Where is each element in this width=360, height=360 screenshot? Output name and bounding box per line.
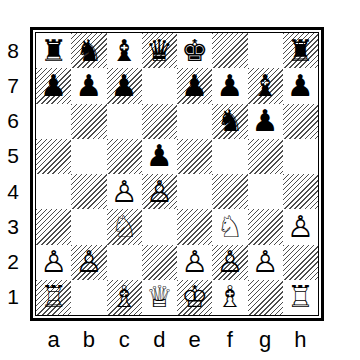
rank-label-3: 3 [0,209,26,244]
piece-white-pawn: ♙ [181,247,208,277]
piece-black-pawn: ♟ [75,71,102,101]
file-labels: a b c d e f g h [36,326,318,354]
file-label-b: b [71,326,106,354]
square-f2[interactable]: ♙ [212,245,247,280]
rank-label-5: 5 [0,139,26,174]
piece-black-pawn: ♟ [287,71,314,101]
square-c8[interactable]: ♝ [107,33,142,68]
piece-white-bishop: ♗ [216,282,243,312]
square-g3[interactable] [248,209,283,244]
square-c7[interactable]: ♟ [107,68,142,103]
piece-white-knight: ♘ [111,212,138,242]
square-a7[interactable]: ♟ [36,68,71,103]
square-h3[interactable]: ♙ [283,209,318,244]
piece-black-pawn: ♟ [216,71,243,101]
board-frame: ♜♞♝♛♚♜♟♟♟♟♟♝♟♞♟♟♙♙♘♘♙♙♙♙♙♙♖♗♕♔♗♖ [30,27,324,321]
square-h1[interactable]: ♖ [283,280,318,315]
square-e2[interactable]: ♙ [177,245,212,280]
file-label-f: f [212,326,247,354]
square-h7[interactable]: ♟ [283,68,318,103]
file-label-a: a [36,326,71,354]
square-a3[interactable] [36,209,71,244]
rank-labels: 8 7 6 5 4 3 2 1 [0,33,26,315]
piece-white-pawn: ♙ [146,177,173,207]
piece-black-knight: ♞ [216,106,243,136]
square-e7[interactable]: ♟ [177,68,212,103]
piece-white-queen: ♕ [146,282,173,312]
piece-black-queen: ♛ [146,36,173,66]
square-d5[interactable]: ♟ [142,139,177,174]
square-b2[interactable]: ♙ [71,245,106,280]
piece-white-king: ♔ [181,282,208,312]
chessboard: ♜♞♝♛♚♜♟♟♟♟♟♝♟♞♟♟♙♙♘♘♙♙♙♙♙♙♖♗♕♔♗♖ [35,32,319,316]
square-e8[interactable]: ♚ [177,33,212,68]
square-h4[interactable] [283,174,318,209]
square-c4[interactable]: ♙ [107,174,142,209]
piece-black-pawn: ♟ [252,106,279,136]
square-a2[interactable]: ♙ [36,245,71,280]
square-c6[interactable] [107,104,142,139]
chess-diagram: 8 7 6 5 4 3 2 1 ♜♞♝♛♚♜♟♟♟♟♟♝♟♞♟♟♙♙♘♘♙♙♙♙… [0,0,360,360]
piece-black-knight: ♞ [75,36,102,66]
piece-black-bishop: ♝ [111,36,138,66]
piece-white-rook: ♖ [287,282,314,312]
piece-white-pawn: ♙ [111,177,138,207]
piece-black-rook: ♜ [287,36,314,66]
square-g8[interactable] [248,33,283,68]
square-c3[interactable]: ♘ [107,209,142,244]
square-e1[interactable]: ♔ [177,280,212,315]
square-f4[interactable] [212,174,247,209]
square-f5[interactable] [212,139,247,174]
rank-label-8: 8 [0,33,26,68]
square-b4[interactable] [71,174,106,209]
square-b3[interactable] [71,209,106,244]
square-c5[interactable] [107,139,142,174]
square-g2[interactable]: ♙ [248,245,283,280]
square-e3[interactable] [177,209,212,244]
file-label-g: g [248,326,283,354]
piece-white-knight: ♘ [216,212,243,242]
rank-label-7: 7 [0,68,26,103]
rank-label-4: 4 [0,174,26,209]
square-d4[interactable]: ♙ [142,174,177,209]
piece-white-pawn: ♙ [75,247,102,277]
square-g1[interactable] [248,280,283,315]
piece-black-pawn: ♟ [111,71,138,101]
piece-black-pawn: ♟ [40,71,67,101]
piece-white-bishop: ♗ [111,282,138,312]
square-g7[interactable]: ♝ [248,68,283,103]
file-label-d: d [142,326,177,354]
square-e6[interactable] [177,104,212,139]
square-g6[interactable]: ♟ [248,104,283,139]
square-b5[interactable] [71,139,106,174]
square-a8[interactable]: ♜ [36,33,71,68]
piece-white-pawn: ♙ [252,247,279,277]
piece-white-pawn: ♙ [287,212,314,242]
square-d8[interactable]: ♛ [142,33,177,68]
square-f8[interactable] [212,33,247,68]
square-h2[interactable] [283,245,318,280]
square-f6[interactable]: ♞ [212,104,247,139]
square-d6[interactable] [142,104,177,139]
square-b6[interactable] [71,104,106,139]
square-b7[interactable]: ♟ [71,68,106,103]
rank-label-1: 1 [0,280,26,315]
square-d3[interactable] [142,209,177,244]
file-label-e: e [177,326,212,354]
piece-black-rook: ♜ [40,36,67,66]
piece-white-rook: ♖ [40,282,67,312]
square-d7[interactable] [142,68,177,103]
rank-label-6: 6 [0,104,26,139]
square-a5[interactable] [36,139,71,174]
square-b8[interactable]: ♞ [71,33,106,68]
square-e4[interactable] [177,174,212,209]
square-f7[interactable]: ♟ [212,68,247,103]
file-label-h: h [283,326,318,354]
square-h5[interactable] [283,139,318,174]
square-e5[interactable] [177,139,212,174]
square-b1[interactable] [71,280,106,315]
square-f3[interactable]: ♘ [212,209,247,244]
rank-label-2: 2 [0,245,26,280]
square-f1[interactable]: ♗ [212,280,247,315]
square-g5[interactable] [248,139,283,174]
piece-white-pawn: ♙ [216,247,243,277]
square-g4[interactable] [248,174,283,209]
square-a4[interactable] [36,174,71,209]
square-h6[interactable] [283,104,318,139]
square-d1[interactable]: ♕ [142,280,177,315]
piece-white-pawn: ♙ [40,247,67,277]
square-d2[interactable] [142,245,177,280]
square-a6[interactable] [36,104,71,139]
square-c1[interactable]: ♗ [107,280,142,315]
piece-black-pawn: ♟ [181,71,208,101]
file-label-c: c [107,326,142,354]
square-a1[interactable]: ♖ [36,280,71,315]
piece-black-bishop: ♝ [252,71,279,101]
square-h8[interactable]: ♜ [283,33,318,68]
piece-black-king: ♚ [181,36,208,66]
square-c2[interactable] [107,245,142,280]
piece-black-pawn: ♟ [146,141,173,171]
